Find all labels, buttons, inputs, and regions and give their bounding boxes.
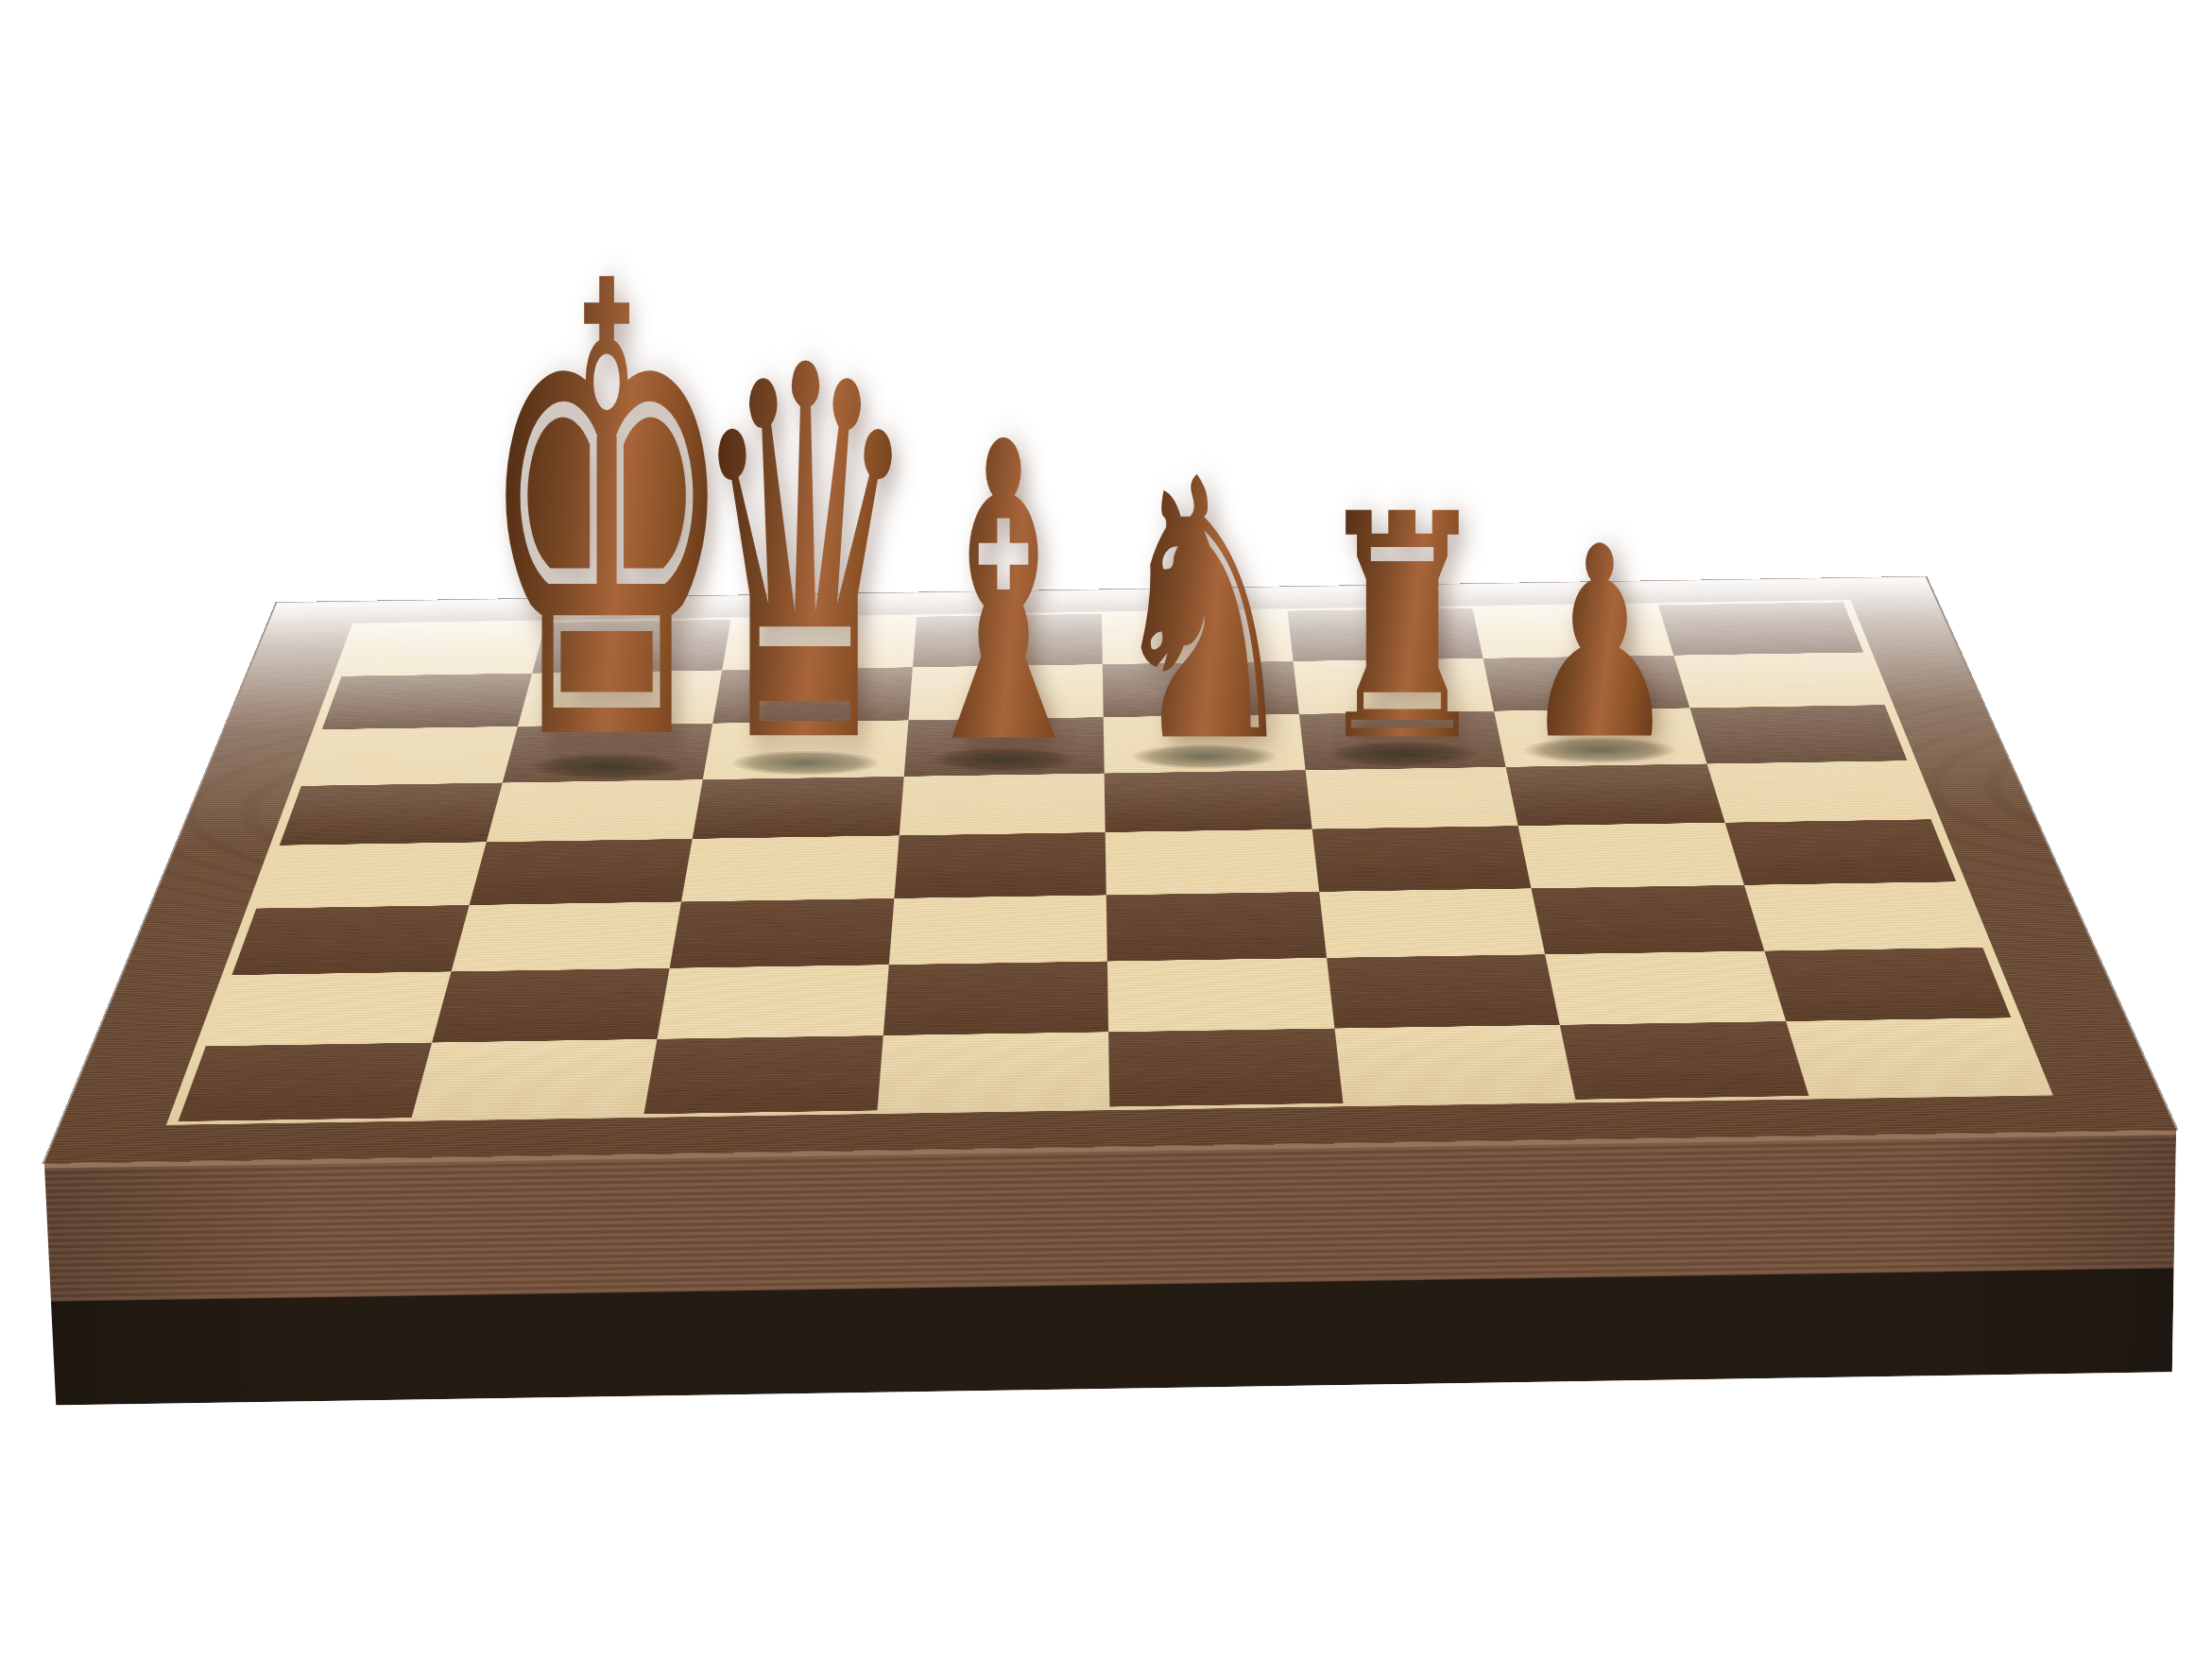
square-h5[interactable] (1706, 761, 1931, 823)
square-h2[interactable] (1763, 948, 2011, 1021)
square-g1[interactable] (1559, 1021, 1808, 1100)
square-a5[interactable] (279, 782, 502, 845)
square-e2[interactable] (1106, 958, 1333, 1032)
square-h7[interactable] (1672, 652, 1884, 708)
square-e1[interactable] (1108, 1028, 1343, 1106)
square-f4[interactable] (1312, 826, 1531, 892)
square-f3[interactable] (1318, 888, 1545, 958)
square-b3[interactable] (450, 901, 680, 971)
square-f2[interactable] (1326, 954, 1559, 1028)
square-b2[interactable] (431, 968, 669, 1043)
square-h3[interactable] (1743, 881, 1982, 950)
square-h8[interactable] (1657, 602, 1863, 655)
camera-tilt-wrapper (0, 0, 2212, 1658)
square-c2[interactable] (657, 965, 888, 1038)
square-c3[interactable] (669, 898, 893, 968)
square-e4[interactable] (1105, 829, 1318, 896)
bishop-glyph: ♝ (905, 431, 1102, 760)
pawn-glyph: ♟ (1521, 539, 1679, 750)
product-photo-canvas: ♚♛♝♞♜♟ (0, 0, 2212, 1658)
square-c1[interactable] (643, 1035, 883, 1114)
queen-glyph: ♛ (690, 352, 920, 763)
square-e3[interactable] (1106, 892, 1326, 962)
board-front-edge-face (43, 1130, 2175, 1406)
square-d4[interactable] (893, 832, 1106, 898)
square-f1[interactable] (1333, 1025, 1574, 1103)
perspective-scene (0, 0, 2212, 1658)
square-a2[interactable] (205, 971, 450, 1046)
square-h1[interactable] (1785, 1017, 2041, 1096)
square-b1[interactable] (410, 1039, 656, 1119)
square-d1[interactable] (876, 1032, 1108, 1110)
square-a3[interactable] (231, 905, 469, 975)
square-g4[interactable] (1518, 823, 1743, 888)
square-d3[interactable] (888, 895, 1107, 965)
square-a4[interactable] (256, 842, 486, 908)
rook-glyph: ♜ (1312, 505, 1491, 753)
knight-glyph: ♞ (1106, 470, 1302, 757)
square-d2[interactable] (883, 962, 1108, 1035)
square-h4[interactable] (1724, 819, 1956, 884)
square-g3[interactable] (1531, 885, 1763, 955)
square-h6[interactable] (1689, 705, 1907, 763)
square-a1[interactable] (178, 1042, 431, 1121)
square-g2[interactable] (1545, 951, 1785, 1025)
